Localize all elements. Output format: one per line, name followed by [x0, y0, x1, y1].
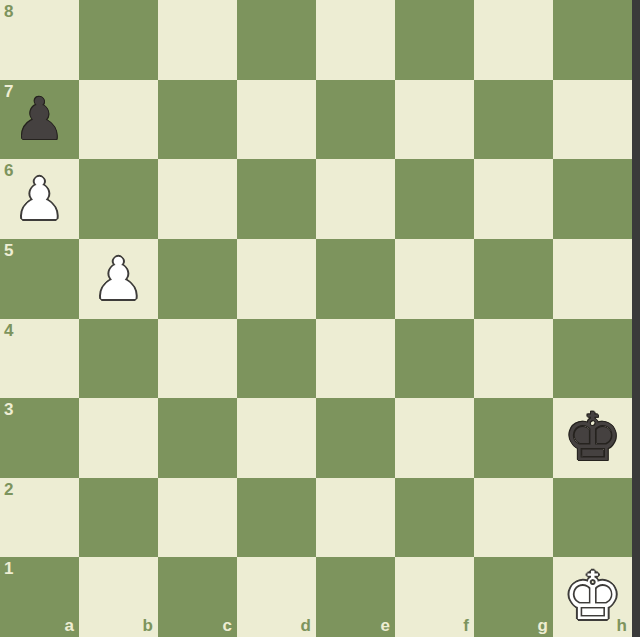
square-g1[interactable]: g [474, 557, 553, 637]
square-a8[interactable]: 8 [0, 0, 79, 80]
square-g3[interactable] [474, 398, 553, 478]
square-b2[interactable] [79, 478, 158, 558]
square-g5[interactable] [474, 239, 553, 319]
white-pawn[interactable]: ♟ [93, 250, 145, 308]
file-label-d: d [301, 617, 311, 634]
square-e3[interactable] [316, 398, 395, 478]
rank-label-3: 3 [4, 401, 13, 418]
square-h5[interactable] [553, 239, 632, 319]
square-f6[interactable] [395, 159, 474, 239]
square-d8[interactable] [237, 0, 316, 80]
square-e2[interactable] [316, 478, 395, 558]
file-label-b: b [143, 617, 153, 634]
square-f2[interactable] [395, 478, 474, 558]
square-h3[interactable]: ♚ [553, 398, 632, 478]
square-c7[interactable] [158, 80, 237, 160]
file-label-f: f [463, 617, 469, 634]
white-king[interactable]: ♚ [563, 564, 622, 630]
file-label-a: a [65, 617, 74, 634]
square-h2[interactable] [553, 478, 632, 558]
square-a1[interactable]: 1a [0, 557, 79, 637]
window-edge [632, 0, 640, 637]
square-h4[interactable] [553, 319, 632, 399]
square-c2[interactable] [158, 478, 237, 558]
square-a7[interactable]: 7♟ [0, 80, 79, 160]
square-e6[interactable] [316, 159, 395, 239]
square-b7[interactable] [79, 80, 158, 160]
square-f4[interactable] [395, 319, 474, 399]
square-c1[interactable]: c [158, 557, 237, 637]
square-f8[interactable] [395, 0, 474, 80]
file-label-c: c [223, 617, 232, 634]
square-a5[interactable]: 5 [0, 239, 79, 319]
square-g8[interactable] [474, 0, 553, 80]
square-d2[interactable] [237, 478, 316, 558]
file-label-e: e [381, 617, 390, 634]
rank-label-8: 8 [4, 3, 13, 20]
square-b8[interactable] [79, 0, 158, 80]
square-e7[interactable] [316, 80, 395, 160]
square-d4[interactable] [237, 319, 316, 399]
square-c8[interactable] [158, 0, 237, 80]
square-a6[interactable]: 6♟ [0, 159, 79, 239]
square-b1[interactable]: b [79, 557, 158, 637]
rank-label-6: 6 [4, 162, 13, 179]
rank-label-7: 7 [4, 83, 13, 100]
rank-label-2: 2 [4, 481, 13, 498]
square-g2[interactable] [474, 478, 553, 558]
square-b4[interactable] [79, 319, 158, 399]
square-a3[interactable]: 3 [0, 398, 79, 478]
square-a2[interactable]: 2 [0, 478, 79, 558]
square-c4[interactable] [158, 319, 237, 399]
square-b6[interactable] [79, 159, 158, 239]
square-b3[interactable] [79, 398, 158, 478]
black-pawn[interactable]: ♟ [14, 90, 66, 148]
chess-board: 87♟6♟5♟43♚21abcdefgh♚ [0, 0, 632, 637]
square-a4[interactable]: 4 [0, 319, 79, 399]
square-e1[interactable]: e [316, 557, 395, 637]
square-d7[interactable] [237, 80, 316, 160]
square-h6[interactable] [553, 159, 632, 239]
square-c6[interactable] [158, 159, 237, 239]
rank-label-4: 4 [4, 322, 13, 339]
square-e5[interactable] [316, 239, 395, 319]
square-f5[interactable] [395, 239, 474, 319]
square-f7[interactable] [395, 80, 474, 160]
square-f3[interactable] [395, 398, 474, 478]
square-d1[interactable]: d [237, 557, 316, 637]
square-g6[interactable] [474, 159, 553, 239]
black-king[interactable]: ♚ [563, 405, 622, 471]
square-c5[interactable] [158, 239, 237, 319]
square-e4[interactable] [316, 319, 395, 399]
square-d6[interactable] [237, 159, 316, 239]
square-d5[interactable] [237, 239, 316, 319]
file-label-g: g [538, 617, 548, 634]
square-d3[interactable] [237, 398, 316, 478]
square-g7[interactable] [474, 80, 553, 160]
square-h7[interactable] [553, 80, 632, 160]
square-g4[interactable] [474, 319, 553, 399]
square-f1[interactable]: f [395, 557, 474, 637]
rank-label-5: 5 [4, 242, 13, 259]
square-h8[interactable] [553, 0, 632, 80]
square-b5[interactable]: ♟ [79, 239, 158, 319]
chess-app: 87♟6♟5♟43♚21abcdefgh♚ [0, 0, 640, 637]
square-h1[interactable]: h♚ [553, 557, 632, 637]
white-pawn[interactable]: ♟ [14, 170, 66, 228]
rank-label-1: 1 [4, 560, 13, 577]
square-e8[interactable] [316, 0, 395, 80]
square-c3[interactable] [158, 398, 237, 478]
